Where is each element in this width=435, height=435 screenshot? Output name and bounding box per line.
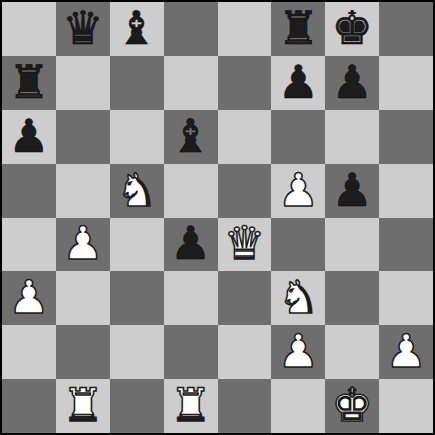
white-king-g1[interactable]: ♚ <box>332 382 373 428</box>
black-pawn-d4[interactable]: ♟ <box>170 220 211 266</box>
square-d8[interactable] <box>164 2 218 56</box>
square-b2[interactable] <box>56 325 110 379</box>
white-pawn-b4[interactable]: ♟ <box>62 220 103 266</box>
square-d2[interactable] <box>164 325 218 379</box>
square-f6[interactable] <box>271 110 325 164</box>
white-knight-c5[interactable]: ♞ <box>116 167 157 213</box>
black-rook-f8[interactable]: ♜ <box>278 5 319 51</box>
black-bishop-d6[interactable]: ♝ <box>170 113 211 159</box>
square-g4[interactable] <box>325 218 379 272</box>
square-b5[interactable] <box>56 164 110 218</box>
black-queen-b8[interactable]: ♛ <box>62 5 103 51</box>
square-a7[interactable]: ♜ <box>2 56 56 110</box>
square-d6[interactable]: ♝ <box>164 110 218 164</box>
white-pawn-h2[interactable]: ♟ <box>385 328 426 374</box>
square-e2[interactable] <box>218 325 272 379</box>
chess-board: ♛♝♜♚♜♟♟♟♝♞♟♟♟♟♛♟♞♟♟♜♜♚ <box>0 0 435 435</box>
square-c1[interactable] <box>110 379 164 433</box>
square-b1[interactable]: ♜ <box>56 379 110 433</box>
square-h6[interactable] <box>379 110 433 164</box>
square-h5[interactable] <box>379 164 433 218</box>
white-pawn-a3[interactable]: ♟ <box>8 274 49 320</box>
square-h1[interactable] <box>379 379 433 433</box>
white-knight-f3[interactable]: ♞ <box>278 274 319 320</box>
square-h2[interactable]: ♟ <box>379 325 433 379</box>
square-d4[interactable]: ♟ <box>164 218 218 272</box>
square-b3[interactable] <box>56 271 110 325</box>
square-e7[interactable] <box>218 56 272 110</box>
square-h4[interactable] <box>379 218 433 272</box>
square-a6[interactable]: ♟ <box>2 110 56 164</box>
square-c4[interactable] <box>110 218 164 272</box>
square-d7[interactable] <box>164 56 218 110</box>
square-e6[interactable] <box>218 110 272 164</box>
square-a5[interactable] <box>2 164 56 218</box>
black-bishop-c8[interactable]: ♝ <box>116 5 157 51</box>
square-g2[interactable] <box>325 325 379 379</box>
square-a8[interactable] <box>2 2 56 56</box>
square-h8[interactable] <box>379 2 433 56</box>
square-f1[interactable] <box>271 379 325 433</box>
square-a3[interactable]: ♟ <box>2 271 56 325</box>
square-e1[interactable] <box>218 379 272 433</box>
white-rook-b1[interactable]: ♜ <box>62 382 103 428</box>
white-pawn-f2[interactable]: ♟ <box>278 328 319 374</box>
square-b8[interactable]: ♛ <box>56 2 110 56</box>
black-pawn-g5[interactable]: ♟ <box>332 167 373 213</box>
black-pawn-g7[interactable]: ♟ <box>332 59 373 105</box>
square-c5[interactable]: ♞ <box>110 164 164 218</box>
black-pawn-f7[interactable]: ♟ <box>278 59 319 105</box>
white-rook-d1[interactable]: ♜ <box>170 382 211 428</box>
square-a2[interactable] <box>2 325 56 379</box>
square-d3[interactable] <box>164 271 218 325</box>
square-f4[interactable] <box>271 218 325 272</box>
square-e5[interactable] <box>218 164 272 218</box>
chess-board-wrap: ♛♝♜♚♜♟♟♟♝♞♟♟♟♟♛♟♞♟♟♜♜♚ <box>0 0 435 435</box>
square-g1[interactable]: ♚ <box>325 379 379 433</box>
black-king-g8[interactable]: ♚ <box>332 5 373 51</box>
square-c6[interactable] <box>110 110 164 164</box>
white-pawn-f5[interactable]: ♟ <box>278 167 319 213</box>
square-b7[interactable] <box>56 56 110 110</box>
square-g7[interactable]: ♟ <box>325 56 379 110</box>
square-e8[interactable] <box>218 2 272 56</box>
square-a4[interactable] <box>2 218 56 272</box>
white-queen-e4[interactable]: ♛ <box>224 220 265 266</box>
square-f2[interactable]: ♟ <box>271 325 325 379</box>
square-h3[interactable] <box>379 271 433 325</box>
square-c2[interactable] <box>110 325 164 379</box>
black-pawn-a6[interactable]: ♟ <box>8 113 49 159</box>
square-f5[interactable]: ♟ <box>271 164 325 218</box>
square-c8[interactable]: ♝ <box>110 2 164 56</box>
square-d1[interactable]: ♜ <box>164 379 218 433</box>
square-h7[interactable] <box>379 56 433 110</box>
square-c3[interactable] <box>110 271 164 325</box>
square-g3[interactable] <box>325 271 379 325</box>
square-e4[interactable]: ♛ <box>218 218 272 272</box>
square-g5[interactable]: ♟ <box>325 164 379 218</box>
square-g6[interactable] <box>325 110 379 164</box>
square-b4[interactable]: ♟ <box>56 218 110 272</box>
square-f3[interactable]: ♞ <box>271 271 325 325</box>
black-rook-a7[interactable]: ♜ <box>8 59 49 105</box>
square-c7[interactable] <box>110 56 164 110</box>
square-g8[interactable]: ♚ <box>325 2 379 56</box>
square-f7[interactable]: ♟ <box>271 56 325 110</box>
square-e3[interactable] <box>218 271 272 325</box>
square-f8[interactable]: ♜ <box>271 2 325 56</box>
square-d5[interactable] <box>164 164 218 218</box>
square-b6[interactable] <box>56 110 110 164</box>
square-a1[interactable] <box>2 379 56 433</box>
